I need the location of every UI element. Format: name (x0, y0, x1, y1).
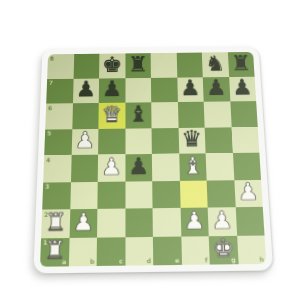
rank-label-3: 3 (45, 184, 50, 190)
piece-white-bishop-f4: ♝ (182, 154, 204, 177)
square-h1: h (237, 235, 267, 264)
rank-label-6: 6 (48, 105, 52, 111)
square-g2: ♟ (208, 207, 237, 235)
square-e3 (152, 180, 180, 208)
square-h6 (230, 101, 258, 127)
square-g6 (204, 101, 231, 127)
file-label-c: c (119, 258, 123, 265)
square-g1: g♚ (209, 235, 238, 264)
piece-black-queen-f5: ♛ (181, 128, 202, 151)
square-c5 (98, 128, 125, 154)
square-f8 (176, 53, 203, 78)
photo-background: 8♚♜♞♜7♟♟♟♟♟6♛♝5♟♛4♟♟♝3♟2♜♟♟♟1a♜bcdefg♚h (0, 0, 294, 300)
square-a3: 3 (42, 182, 70, 210)
square-e2 (153, 208, 181, 237)
piece-white-rook-a2: ♜ (44, 210, 66, 235)
piece-white-pawn-g2: ♟ (211, 208, 234, 233)
square-d4: ♟ (125, 154, 152, 181)
square-e7 (151, 77, 178, 102)
square-f5: ♛ (178, 127, 206, 153)
piece-black-pawn-c7: ♟ (102, 78, 122, 100)
square-g5 (205, 127, 233, 153)
square-b3 (70, 181, 98, 209)
piece-white-pawn-b5: ♟ (74, 129, 95, 152)
square-h7: ♟ (229, 76, 256, 101)
rank-label-7: 7 (49, 80, 53, 86)
square-e5 (152, 128, 179, 154)
rank-label-8: 8 (50, 56, 54, 62)
piece-black-pawn-g7: ♟ (206, 77, 227, 99)
square-b2: ♟ (69, 209, 97, 238)
square-h4 (232, 153, 261, 180)
square-e6 (151, 102, 178, 128)
square-b1: b (68, 237, 97, 266)
file-label-b: b (90, 258, 95, 265)
square-d1: d (125, 236, 153, 265)
piece-black-pawn-h7: ♟ (232, 77, 253, 99)
square-g8: ♞ (202, 52, 229, 77)
square-h3: ♟ (234, 179, 263, 207)
square-b4 (70, 155, 98, 182)
square-d3 (125, 181, 153, 209)
file-label-d: d (146, 258, 151, 265)
square-f4: ♝ (179, 153, 207, 180)
square-h8: ♜ (227, 52, 254, 77)
chess-board: 8♚♜♞♜7♟♟♟♟♟6♛♝5♟♛4♟♟♝3♟2♜♟♟♟1a♜bcdefg♚h (40, 52, 266, 267)
piece-white-queen-c6: ♛ (101, 103, 122, 125)
square-c4: ♟ (98, 154, 125, 181)
square-b5: ♟ (71, 128, 98, 154)
file-label-h: h (259, 256, 264, 263)
square-f1: f (181, 236, 210, 265)
square-g4 (206, 153, 234, 180)
square-a5: 5 (44, 129, 72, 155)
square-f7: ♟ (177, 77, 204, 102)
file-label-e: e (175, 257, 179, 264)
square-d2 (125, 208, 153, 237)
piece-white-pawn-f2: ♟ (183, 208, 205, 233)
square-a1: 1a♜ (40, 237, 69, 266)
square-c2 (97, 209, 125, 238)
piece-black-bishop-d6: ♝ (128, 103, 149, 125)
square-a8: 8 (47, 54, 74, 79)
square-a2: 2♜ (41, 209, 70, 238)
square-e4 (152, 154, 180, 181)
piece-black-pawn-f7: ♟ (180, 78, 201, 100)
piece-black-pawn-b7: ♟ (75, 79, 96, 101)
piece-black-knight-g8: ♞ (205, 53, 226, 74)
square-e8 (151, 53, 177, 78)
piece-white-pawn-c4: ♟ (101, 155, 122, 178)
square-d7 (125, 77, 151, 102)
piece-white-king-g1: ♚ (212, 236, 235, 261)
rank-label-4: 4 (46, 157, 50, 163)
square-f3 (179, 180, 207, 208)
square-b6 (72, 103, 99, 129)
square-a4: 4 (43, 155, 71, 182)
piece-white-rook-a1: ♜ (43, 238, 66, 263)
square-g7: ♟ (203, 77, 230, 102)
square-d5 (125, 128, 152, 154)
square-c6: ♛ (98, 103, 125, 129)
piece-black-pawn-d4: ♟ (128, 155, 149, 178)
square-c8: ♚ (99, 53, 125, 78)
piece-black-king-c8: ♚ (102, 54, 122, 75)
chess-mat: 8♚♜♞♜7♟♟♟♟♟6♛♝5♟♛4♟♟♝3♟2♜♟♟♟1a♜bcdefg♚h (33, 47, 273, 274)
square-a7: 7 (46, 78, 73, 103)
square-d6: ♝ (125, 102, 152, 128)
square-g3 (207, 180, 236, 208)
square-c7: ♟ (99, 78, 125, 103)
square-e1: e (153, 236, 182, 265)
square-c3 (97, 181, 125, 209)
piece-white-pawn-b2: ♟ (72, 210, 94, 235)
square-f2: ♟ (180, 208, 209, 237)
rank-label-5: 5 (47, 130, 51, 136)
square-c1: c (97, 237, 125, 266)
square-d8: ♜ (125, 53, 151, 78)
piece-black-rook-h8: ♜ (230, 53, 251, 74)
piece-white-pawn-h3: ♟ (237, 180, 260, 204)
square-h2 (235, 207, 264, 235)
square-b7: ♟ (72, 78, 99, 103)
file-label-f: f (205, 257, 208, 264)
square-h5 (231, 127, 259, 153)
piece-black-rook-d8: ♜ (128, 54, 148, 75)
square-f6 (177, 102, 204, 128)
square-b8 (73, 54, 99, 79)
square-a6: 6 (45, 103, 72, 129)
